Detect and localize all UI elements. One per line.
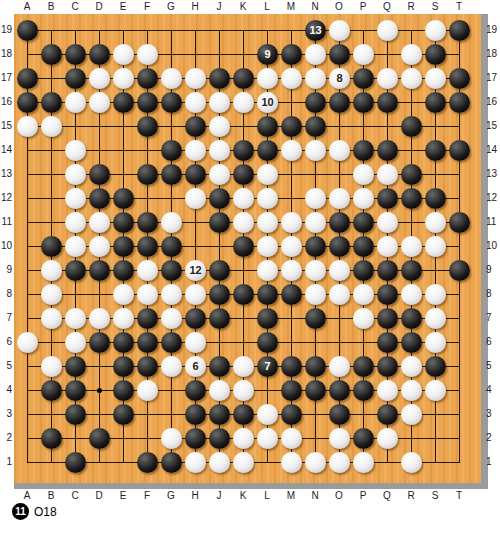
black-stone-K17[interactable] xyxy=(233,68,254,89)
black-stone-T19[interactable] xyxy=(449,20,470,41)
white-stone-Q4[interactable] xyxy=(377,380,398,401)
black-stone-G9[interactable] xyxy=(161,260,182,281)
black-stone-J17[interactable] xyxy=(209,68,230,89)
white-stone-F18[interactable] xyxy=(137,44,158,65)
white-stone-Q11[interactable] xyxy=(377,212,398,233)
black-stone-H3[interactable] xyxy=(185,404,206,425)
black-stone-O10[interactable] xyxy=(329,236,350,257)
white-stone-D16[interactable] xyxy=(89,92,110,113)
black-stone-A17[interactable] xyxy=(17,68,38,89)
black-stone-S5[interactable] xyxy=(425,356,446,377)
white-stone-G8[interactable] xyxy=(161,284,182,305)
white-stone-L9[interactable] xyxy=(257,260,278,281)
black-stone-P9[interactable] xyxy=(353,260,374,281)
white-stone-Q2[interactable] xyxy=(377,428,398,449)
white-stone-S6[interactable] xyxy=(425,332,446,353)
row-label: 12 xyxy=(0,192,12,204)
black-stone-Q12[interactable] xyxy=(377,188,398,209)
row-label: 13 xyxy=(0,168,12,180)
row-label: 19 xyxy=(486,24,500,36)
column-label: P xyxy=(351,1,375,12)
black-stone-G10[interactable] xyxy=(161,236,182,257)
white-stone-M9[interactable] xyxy=(281,260,302,281)
white-stone-B8[interactable] xyxy=(41,284,62,305)
black-stone-C18[interactable] xyxy=(65,44,86,65)
white-stone-Q17[interactable] xyxy=(377,68,398,89)
black-stone-E9[interactable] xyxy=(113,260,134,281)
white-stone-O9[interactable] xyxy=(329,260,350,281)
black-stone-Q3[interactable] xyxy=(377,404,398,425)
white-stone-M17[interactable] xyxy=(281,68,302,89)
black-stone-G14[interactable] xyxy=(161,140,182,161)
white-stone-P7[interactable] xyxy=(353,308,374,329)
column-label: M xyxy=(279,490,303,501)
white-stone-L11[interactable] xyxy=(257,212,278,233)
black-stone-O3[interactable] xyxy=(329,404,350,425)
black-stone-J8[interactable] xyxy=(209,284,230,305)
black-stone-D9[interactable] xyxy=(89,260,110,281)
black-stone-M15[interactable] xyxy=(281,116,302,137)
black-stone-Q16[interactable] xyxy=(377,92,398,113)
row-label: 13 xyxy=(486,168,500,180)
white-stone-N14[interactable] xyxy=(305,140,326,161)
black-stone-N10[interactable] xyxy=(305,236,326,257)
white-stone-O12[interactable] xyxy=(329,188,350,209)
black-stone-R13[interactable] xyxy=(401,164,422,185)
white-stone-C13[interactable] xyxy=(65,164,86,185)
row-label: 14 xyxy=(486,144,500,156)
white-stone-P8[interactable] xyxy=(353,284,374,305)
black-stone-F17[interactable] xyxy=(137,68,158,89)
black-stone-N7[interactable] xyxy=(305,308,326,329)
white-stone-L10[interactable] xyxy=(257,236,278,257)
black-stone-J12[interactable] xyxy=(209,188,230,209)
black-stone-K13[interactable] xyxy=(233,164,254,185)
black-stone-E4[interactable] xyxy=(113,380,134,401)
column-label: M xyxy=(279,1,303,12)
white-stone-O2[interactable] xyxy=(329,428,350,449)
black-stone-H15[interactable] xyxy=(185,116,206,137)
white-stone-L12[interactable] xyxy=(257,188,278,209)
white-stone-M11[interactable] xyxy=(281,212,302,233)
white-stone-H12[interactable] xyxy=(185,188,206,209)
row-label: 4 xyxy=(0,384,12,396)
go-board[interactable]: 1398101267 xyxy=(14,14,488,489)
black-stone-C5[interactable] xyxy=(65,356,86,377)
white-stone-M14[interactable] xyxy=(281,140,302,161)
white-stone-F9[interactable] xyxy=(137,260,158,281)
black-stone-P17[interactable] xyxy=(353,68,374,89)
white-stone-H6[interactable] xyxy=(185,332,206,353)
white-stone-A15[interactable] xyxy=(17,116,38,137)
white-stone-N8[interactable] xyxy=(305,284,326,305)
column-label: J xyxy=(207,490,231,501)
white-stone-O14[interactable] xyxy=(329,140,350,161)
white-stone-L2[interactable] xyxy=(257,428,278,449)
black-stone-T9[interactable] xyxy=(449,260,470,281)
black-stone-L18[interactable]: 9 xyxy=(257,44,278,65)
column-label: H xyxy=(183,1,207,12)
row-label: 15 xyxy=(486,120,500,132)
black-stone-D13[interactable] xyxy=(89,164,110,185)
white-stone-G2[interactable] xyxy=(161,428,182,449)
column-label: S xyxy=(423,490,447,501)
black-stone-O11[interactable] xyxy=(329,212,350,233)
column-label: O xyxy=(327,490,351,501)
row-label: 12 xyxy=(486,192,500,204)
white-stone-O1[interactable] xyxy=(329,452,350,473)
black-stone-F10[interactable] xyxy=(137,236,158,257)
white-stone-L17[interactable] xyxy=(257,68,278,89)
white-stone-D10[interactable] xyxy=(89,236,110,257)
black-stone-D6[interactable] xyxy=(89,332,110,353)
white-stone-J16[interactable] xyxy=(209,92,230,113)
black-stone-F7[interactable] xyxy=(137,308,158,329)
white-stone-S8[interactable] xyxy=(425,284,446,305)
white-stone-K11[interactable] xyxy=(233,212,254,233)
column-label: J xyxy=(207,1,231,12)
white-stone-P12[interactable] xyxy=(353,188,374,209)
white-stone-J4[interactable] xyxy=(209,380,230,401)
black-stone-M18[interactable] xyxy=(281,44,302,65)
black-stone-P14[interactable] xyxy=(353,140,374,161)
black-stone-M8[interactable] xyxy=(281,284,302,305)
black-stone-J3[interactable] xyxy=(209,404,230,425)
white-stone-L13[interactable] xyxy=(257,164,278,185)
column-label: T xyxy=(447,1,471,12)
black-stone-S16[interactable] xyxy=(425,92,446,113)
black-stone-L15[interactable] xyxy=(257,116,278,137)
white-stone-Q10[interactable] xyxy=(377,236,398,257)
black-stone-F15[interactable] xyxy=(137,116,158,137)
white-stone-G7[interactable] xyxy=(161,308,182,329)
hoshi-point xyxy=(97,388,102,393)
black-stone-F16[interactable] xyxy=(137,92,158,113)
black-stone-J7[interactable] xyxy=(209,308,230,329)
white-stone-R18[interactable] xyxy=(401,44,422,65)
white-stone-S11[interactable] xyxy=(425,212,446,233)
white-stone-O5[interactable] xyxy=(329,356,350,377)
black-stone-A19[interactable] xyxy=(17,20,38,41)
row-label: 6 xyxy=(0,336,12,348)
black-stone-Q8[interactable] xyxy=(377,284,398,305)
black-stone-Q14[interactable] xyxy=(377,140,398,161)
white-stone-S17[interactable] xyxy=(425,68,446,89)
white-stone-H14[interactable] xyxy=(185,140,206,161)
white-stone-B7[interactable] xyxy=(41,308,62,329)
row-label: 11 xyxy=(0,216,12,228)
white-stone-H17[interactable] xyxy=(185,68,206,89)
row-label: 18 xyxy=(0,48,12,60)
black-stone-C9[interactable] xyxy=(65,260,86,281)
black-stone-N4[interactable] xyxy=(305,380,326,401)
black-stone-D2[interactable] xyxy=(89,428,110,449)
black-stone-S14[interactable] xyxy=(425,140,446,161)
black-stone-B4[interactable] xyxy=(41,380,62,401)
white-stone-H16[interactable] xyxy=(185,92,206,113)
white-stone-R8[interactable] xyxy=(401,284,422,305)
black-stone-T17[interactable] xyxy=(449,68,470,89)
column-label: P xyxy=(351,490,375,501)
white-stone-M10[interactable] xyxy=(281,236,302,257)
black-stone-P16[interactable] xyxy=(353,92,374,113)
black-stone-J5[interactable] xyxy=(209,356,230,377)
black-stone-F13[interactable] xyxy=(137,164,158,185)
white-stone-C7[interactable] xyxy=(65,308,86,329)
black-stone-J9[interactable] xyxy=(209,260,230,281)
white-stone-K2[interactable] xyxy=(233,428,254,449)
black-stone-Q5[interactable] xyxy=(377,356,398,377)
white-stone-N17[interactable] xyxy=(305,68,326,89)
white-stone-C6[interactable] xyxy=(65,332,86,353)
column-label: G xyxy=(159,490,183,501)
black-stone-L7[interactable] xyxy=(257,308,278,329)
white-stone-G11[interactable] xyxy=(161,212,182,233)
black-stone-G16[interactable] xyxy=(161,92,182,113)
black-stone-Q6[interactable] xyxy=(377,332,398,353)
black-stone-Q9[interactable] xyxy=(377,260,398,281)
white-stone-C16[interactable] xyxy=(65,92,86,113)
black-stone-G6[interactable] xyxy=(161,332,182,353)
black-stone-D12[interactable] xyxy=(89,188,110,209)
black-stone-C4[interactable] xyxy=(65,380,86,401)
black-stone-K14[interactable] xyxy=(233,140,254,161)
white-stone-O17[interactable]: 8 xyxy=(329,68,350,89)
black-stone-R9[interactable] xyxy=(401,260,422,281)
column-label: B xyxy=(39,490,63,501)
black-stone-H2[interactable] xyxy=(185,428,206,449)
black-stone-C1[interactable] xyxy=(65,452,86,473)
white-stone-P13[interactable] xyxy=(353,164,374,185)
white-stone-N11[interactable] xyxy=(305,212,326,233)
white-stone-H1[interactable] xyxy=(185,452,206,473)
column-label: F xyxy=(135,1,159,12)
black-stone-M5[interactable] xyxy=(281,356,302,377)
white-stone-C11[interactable] xyxy=(65,212,86,233)
white-stone-B15[interactable] xyxy=(41,116,62,137)
row-label: 18 xyxy=(486,48,500,60)
black-stone-P10[interactable] xyxy=(353,236,374,257)
white-stone-P1[interactable] xyxy=(353,452,374,473)
black-stone-A16[interactable] xyxy=(17,92,38,113)
black-stone-N19[interactable]: 13 xyxy=(305,20,326,41)
black-stone-R7[interactable] xyxy=(401,308,422,329)
white-stone-L16[interactable]: 10 xyxy=(257,92,278,113)
white-stone-P18[interactable] xyxy=(353,44,374,65)
black-stone-T14[interactable] xyxy=(449,140,470,161)
black-stone-B2[interactable] xyxy=(41,428,62,449)
white-stone-E7[interactable] xyxy=(113,308,134,329)
white-stone-R17[interactable] xyxy=(401,68,422,89)
row-label: 8 xyxy=(486,288,500,300)
column-label: N xyxy=(303,490,327,501)
black-stone-B18[interactable] xyxy=(41,44,62,65)
white-stone-N9[interactable] xyxy=(305,260,326,281)
row-label: 9 xyxy=(486,264,500,276)
column-label: R xyxy=(399,1,423,12)
column-label: R xyxy=(399,490,423,501)
white-stone-S19[interactable] xyxy=(425,20,446,41)
black-stone-L6[interactable] xyxy=(257,332,278,353)
white-stone-J15[interactable] xyxy=(209,116,230,137)
row-label: 2 xyxy=(0,432,12,444)
white-stone-O19[interactable] xyxy=(329,20,350,41)
white-stone-D7[interactable] xyxy=(89,308,110,329)
white-stone-R5[interactable] xyxy=(401,356,422,377)
row-label: 8 xyxy=(0,288,12,300)
black-stone-E6[interactable] xyxy=(113,332,134,353)
black-stone-P11[interactable] xyxy=(353,212,374,233)
white-stone-K5[interactable] xyxy=(233,356,254,377)
black-stone-O18[interactable] xyxy=(329,44,350,65)
row-label: 17 xyxy=(0,72,12,84)
black-stone-B10[interactable] xyxy=(41,236,62,257)
column-label: K xyxy=(231,1,255,12)
row-label: 16 xyxy=(486,96,500,108)
black-stone-E10[interactable] xyxy=(113,236,134,257)
black-stone-E3[interactable] xyxy=(113,404,134,425)
white-stone-H5[interactable]: 6 xyxy=(185,356,206,377)
black-stone-D18[interactable] xyxy=(89,44,110,65)
white-stone-F4[interactable] xyxy=(137,380,158,401)
black-stone-C3[interactable] xyxy=(65,404,86,425)
row-label: 3 xyxy=(486,408,500,420)
black-stone-P2[interactable] xyxy=(353,428,374,449)
black-stone-L14[interactable] xyxy=(257,140,278,161)
row-label: 6 xyxy=(486,336,500,348)
white-stone-K12[interactable] xyxy=(233,188,254,209)
white-stone-G5[interactable] xyxy=(161,356,182,377)
white-stone-D17[interactable] xyxy=(89,68,110,89)
black-stone-O4[interactable] xyxy=(329,380,350,401)
row-label: 10 xyxy=(0,240,12,252)
white-stone-R4[interactable] xyxy=(401,380,422,401)
column-label: A xyxy=(15,1,39,12)
column-label: T xyxy=(447,490,471,501)
black-stone-T16[interactable] xyxy=(449,92,470,113)
black-stone-F5[interactable] xyxy=(137,356,158,377)
black-stone-O16[interactable] xyxy=(329,92,350,113)
black-stone-L8[interactable] xyxy=(257,284,278,305)
white-stone-N18[interactable] xyxy=(305,44,326,65)
white-stone-M1[interactable] xyxy=(281,452,302,473)
black-stone-N16[interactable] xyxy=(305,92,326,113)
white-stone-J1[interactable] xyxy=(209,452,230,473)
row-label: 16 xyxy=(0,96,12,108)
white-stone-K4[interactable] xyxy=(233,380,254,401)
black-stone-B16[interactable] xyxy=(41,92,62,113)
black-stone-S12[interactable] xyxy=(425,188,446,209)
white-stone-K16[interactable] xyxy=(233,92,254,113)
black-stone-H7[interactable] xyxy=(185,308,206,329)
black-stone-E5[interactable] xyxy=(113,356,134,377)
black-stone-K10[interactable] xyxy=(233,236,254,257)
black-stone-G1[interactable] xyxy=(161,452,182,473)
white-stone-C12[interactable] xyxy=(65,188,86,209)
white-stone-R3[interactable] xyxy=(401,404,422,425)
black-stone-N15[interactable] xyxy=(305,116,326,137)
white-stone-S10[interactable] xyxy=(425,236,446,257)
white-stone-D11[interactable] xyxy=(89,212,110,233)
row-label: 14 xyxy=(0,144,12,156)
white-stone-R10[interactable] xyxy=(401,236,422,257)
black-stone-S18[interactable] xyxy=(425,44,446,65)
white-stone-Q13[interactable] xyxy=(377,164,398,185)
black-stone-H4[interactable] xyxy=(185,380,206,401)
white-stone-B5[interactable] xyxy=(41,356,62,377)
white-stone-K1[interactable] xyxy=(233,452,254,473)
white-stone-C14[interactable] xyxy=(65,140,86,161)
black-stone-P4[interactable] xyxy=(353,380,374,401)
white-stone-J13[interactable] xyxy=(209,164,230,185)
white-stone-O8[interactable] xyxy=(329,284,350,305)
black-stone-R6[interactable] xyxy=(401,332,422,353)
black-stone-Q7[interactable] xyxy=(377,308,398,329)
white-stone-H9[interactable]: 12 xyxy=(185,260,206,281)
black-stone-P5[interactable] xyxy=(353,356,374,377)
white-stone-E8[interactable] xyxy=(113,284,134,305)
white-stone-B9[interactable] xyxy=(41,260,62,281)
black-stone-N5[interactable] xyxy=(305,356,326,377)
black-stone-M3[interactable] xyxy=(281,404,302,425)
white-stone-N1[interactable] xyxy=(305,452,326,473)
white-stone-R1[interactable] xyxy=(401,452,422,473)
row-label: 7 xyxy=(0,312,12,324)
black-stone-J2[interactable] xyxy=(209,428,230,449)
white-stone-N12[interactable] xyxy=(305,188,326,209)
black-stone-F6[interactable] xyxy=(137,332,158,353)
black-stone-F1[interactable] xyxy=(137,452,158,473)
black-stone-H13[interactable] xyxy=(185,164,206,185)
black-stone-J11[interactable] xyxy=(209,212,230,233)
white-stone-L3[interactable] xyxy=(257,404,278,425)
white-stone-E18[interactable] xyxy=(113,44,134,65)
white-stone-F8[interactable] xyxy=(137,284,158,305)
black-stone-T11[interactable] xyxy=(449,212,470,233)
row-label: 4 xyxy=(486,384,500,396)
black-stone-E16[interactable] xyxy=(113,92,134,113)
white-stone-S4[interactable] xyxy=(425,380,446,401)
black-stone-L5[interactable]: 7 xyxy=(257,356,278,377)
last-move-coordinate: O18 xyxy=(34,505,57,519)
black-stone-G13[interactable] xyxy=(161,164,182,185)
black-stone-E12[interactable] xyxy=(113,188,134,209)
black-stone-C17[interactable] xyxy=(65,68,86,89)
column-label: C xyxy=(63,490,87,501)
column-label: H xyxy=(183,490,207,501)
column-label: Q xyxy=(375,1,399,12)
black-stone-R12[interactable] xyxy=(401,188,422,209)
black-stone-E11[interactable] xyxy=(113,212,134,233)
black-stone-K8[interactable] xyxy=(233,284,254,305)
white-stone-J14[interactable] xyxy=(209,140,230,161)
white-stone-C10[interactable] xyxy=(65,236,86,257)
black-stone-K3[interactable] xyxy=(233,404,254,425)
black-stone-R15[interactable] xyxy=(401,116,422,137)
black-stone-F11[interactable] xyxy=(137,212,158,233)
white-stone-S7[interactable] xyxy=(425,308,446,329)
white-stone-E17[interactable] xyxy=(113,68,134,89)
white-stone-G17[interactable] xyxy=(161,68,182,89)
black-stone-M4[interactable] xyxy=(281,380,302,401)
row-label: 5 xyxy=(0,360,12,372)
white-stone-M2[interactable] xyxy=(281,428,302,449)
white-stone-H8[interactable] xyxy=(185,284,206,305)
column-label: K xyxy=(231,490,255,501)
white-stone-A6[interactable] xyxy=(17,332,38,353)
white-stone-Q19[interactable] xyxy=(377,20,398,41)
row-label: 1 xyxy=(0,456,12,468)
